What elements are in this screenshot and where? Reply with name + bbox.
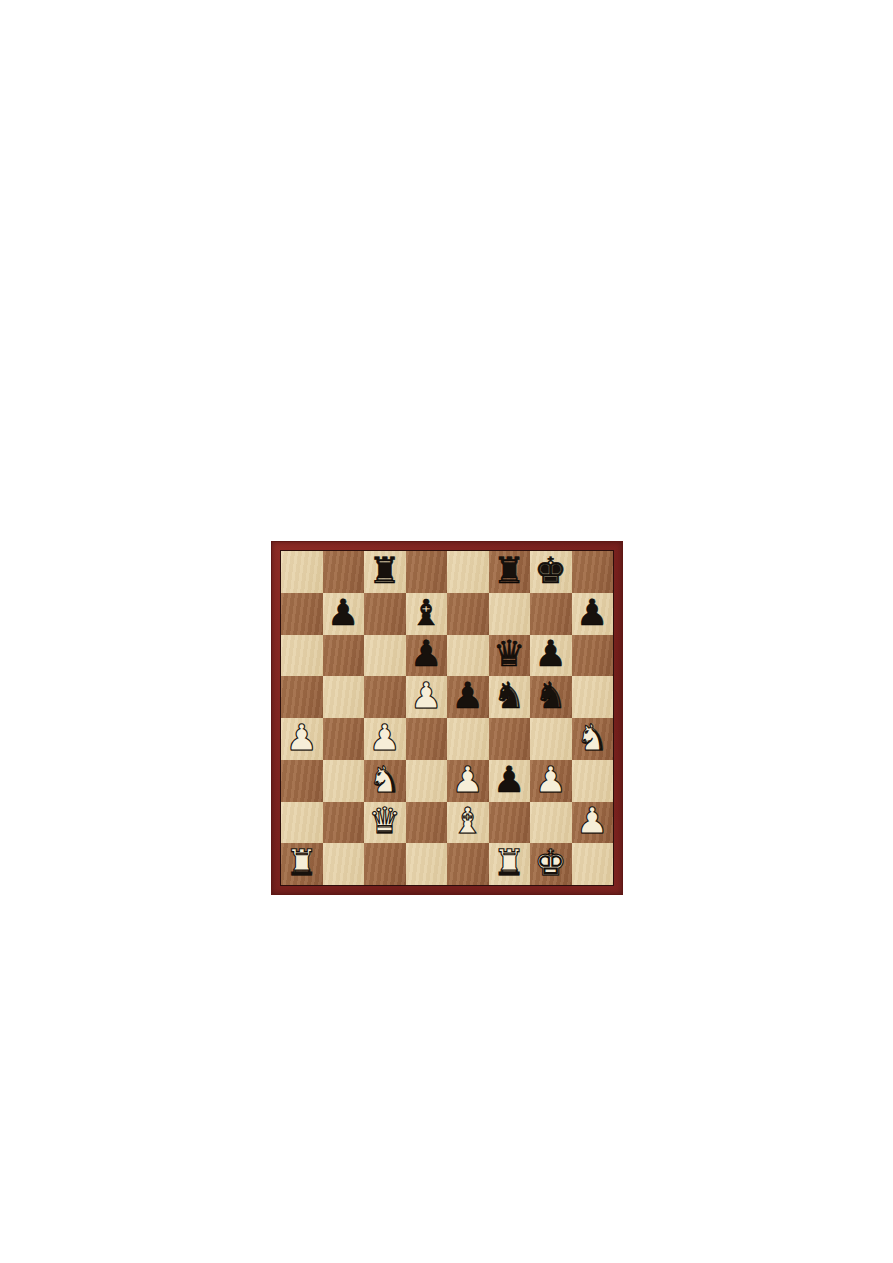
square-b4[interactable] xyxy=(323,718,365,760)
white-rook: ♜ xyxy=(286,845,318,881)
white-pawn: ♟ xyxy=(576,803,608,839)
square-g1[interactable]: ♚ xyxy=(530,843,572,885)
square-a1[interactable]: ♜ xyxy=(281,843,323,885)
square-h6[interactable] xyxy=(572,635,614,677)
square-h5[interactable] xyxy=(572,676,614,718)
square-f2[interactable] xyxy=(489,802,531,844)
square-e1[interactable] xyxy=(447,843,489,885)
square-f6[interactable]: ♛ xyxy=(489,635,531,677)
black-bishop: ♝ xyxy=(410,595,442,631)
square-g3[interactable]: ♟ xyxy=(530,760,572,802)
square-c4[interactable]: ♟ xyxy=(364,718,406,760)
square-d8[interactable] xyxy=(406,551,448,593)
black-pawn: ♟ xyxy=(452,678,484,714)
square-a2[interactable] xyxy=(281,802,323,844)
black-pawn: ♟ xyxy=(493,762,525,798)
square-a7[interactable] xyxy=(281,593,323,635)
square-c6[interactable] xyxy=(364,635,406,677)
white-rook: ♜ xyxy=(493,845,525,881)
square-b8[interactable] xyxy=(323,551,365,593)
square-c8[interactable]: ♜ xyxy=(364,551,406,593)
square-b5[interactable] xyxy=(323,676,365,718)
square-d7[interactable]: ♝ xyxy=(406,593,448,635)
square-d5[interactable]: ♟ xyxy=(406,676,448,718)
square-g8[interactable]: ♚ xyxy=(530,551,572,593)
chessboard: ♜♜♚♟♝♟♟♛♟♟♟♞♞♟♟♞♞♟♟♟♛♝♟♜♜♚ xyxy=(281,551,613,885)
white-pawn: ♟ xyxy=(452,762,484,798)
square-e4[interactable] xyxy=(447,718,489,760)
square-e8[interactable] xyxy=(447,551,489,593)
square-d4[interactable] xyxy=(406,718,448,760)
square-h1[interactable] xyxy=(572,843,614,885)
square-h7[interactable]: ♟ xyxy=(572,593,614,635)
square-h4[interactable]: ♞ xyxy=(572,718,614,760)
white-king: ♚ xyxy=(535,845,567,881)
square-c7[interactable] xyxy=(364,593,406,635)
square-b6[interactable] xyxy=(323,635,365,677)
square-a5[interactable] xyxy=(281,676,323,718)
white-queen: ♛ xyxy=(369,803,401,839)
square-a8[interactable] xyxy=(281,551,323,593)
white-pawn: ♟ xyxy=(535,762,567,798)
square-g5[interactable]: ♞ xyxy=(530,676,572,718)
black-knight: ♞ xyxy=(535,678,567,714)
square-d6[interactable]: ♟ xyxy=(406,635,448,677)
square-f8[interactable]: ♜ xyxy=(489,551,531,593)
square-h3[interactable] xyxy=(572,760,614,802)
square-f4[interactable] xyxy=(489,718,531,760)
square-e6[interactable] xyxy=(447,635,489,677)
white-pawn: ♟ xyxy=(410,678,442,714)
black-king: ♚ xyxy=(535,553,567,589)
square-c2[interactable]: ♛ xyxy=(364,802,406,844)
white-knight: ♞ xyxy=(369,762,401,798)
chessboard-frame: ♜♜♚♟♝♟♟♛♟♟♟♞♞♟♟♞♞♟♟♟♛♝♟♜♜♚ xyxy=(271,541,623,895)
square-e5[interactable]: ♟ xyxy=(447,676,489,718)
square-b2[interactable] xyxy=(323,802,365,844)
square-d1[interactable] xyxy=(406,843,448,885)
square-h8[interactable] xyxy=(572,551,614,593)
square-e7[interactable] xyxy=(447,593,489,635)
square-g6[interactable]: ♟ xyxy=(530,635,572,677)
white-pawn: ♟ xyxy=(369,720,401,756)
square-c3[interactable]: ♞ xyxy=(364,760,406,802)
square-e2[interactable]: ♝ xyxy=(447,802,489,844)
white-knight: ♞ xyxy=(576,720,608,756)
black-pawn: ♟ xyxy=(327,595,359,631)
square-a4[interactable]: ♟ xyxy=(281,718,323,760)
square-b1[interactable] xyxy=(323,843,365,885)
white-pawn: ♟ xyxy=(286,720,318,756)
square-h2[interactable]: ♟ xyxy=(572,802,614,844)
black-pawn: ♟ xyxy=(576,595,608,631)
square-e3[interactable]: ♟ xyxy=(447,760,489,802)
black-pawn: ♟ xyxy=(535,636,567,672)
square-f1[interactable]: ♜ xyxy=(489,843,531,885)
black-knight: ♞ xyxy=(493,678,525,714)
square-c5[interactable] xyxy=(364,676,406,718)
square-g7[interactable] xyxy=(530,593,572,635)
square-f3[interactable]: ♟ xyxy=(489,760,531,802)
square-c1[interactable] xyxy=(364,843,406,885)
square-b7[interactable]: ♟ xyxy=(323,593,365,635)
square-d3[interactable] xyxy=(406,760,448,802)
square-d2[interactable] xyxy=(406,802,448,844)
square-f5[interactable]: ♞ xyxy=(489,676,531,718)
square-a3[interactable] xyxy=(281,760,323,802)
black-rook: ♜ xyxy=(493,553,525,589)
square-g2[interactable] xyxy=(530,802,572,844)
black-queen: ♛ xyxy=(493,636,525,672)
square-a6[interactable] xyxy=(281,635,323,677)
white-bishop: ♝ xyxy=(452,803,484,839)
square-b3[interactable] xyxy=(323,760,365,802)
square-g4[interactable] xyxy=(530,718,572,760)
square-f7[interactable] xyxy=(489,593,531,635)
black-pawn: ♟ xyxy=(410,636,442,672)
black-rook: ♜ xyxy=(369,553,401,589)
